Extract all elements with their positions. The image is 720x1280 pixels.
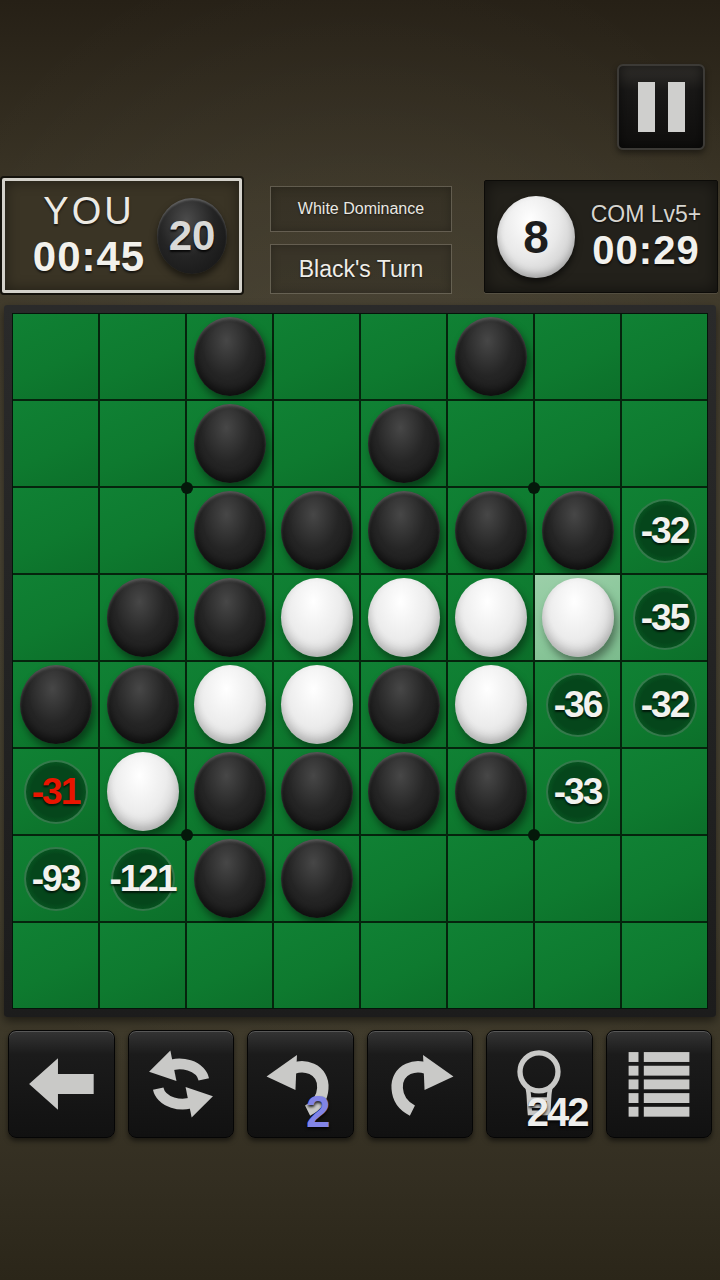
black-disc [107, 578, 179, 657]
board-cell-a4[interactable] [13, 575, 98, 660]
evaluation-badge-h5: -32 [633, 673, 697, 737]
hint-count-badge: 242 [527, 1090, 588, 1135]
board-cell-b8[interactable] [100, 923, 185, 1008]
black-disc [281, 752, 353, 831]
board-cell-b3[interactable] [100, 488, 185, 573]
black-score: 20 [169, 212, 216, 260]
board-cell-g8[interactable] [535, 923, 620, 1008]
board-cell-f7[interactable] [448, 836, 533, 921]
toolbar: 2 242 [0, 1030, 720, 1140]
board-star-dot [528, 482, 540, 494]
board-cell-c3[interactable] [187, 488, 272, 573]
you-timer: 00:45 [21, 233, 157, 281]
white-disc [542, 578, 614, 657]
board-cell-g3[interactable] [535, 488, 620, 573]
swap-sides-button[interactable] [128, 1030, 235, 1138]
board-cell-e8[interactable] [361, 923, 446, 1008]
game-screen: { "game": "othello-reversi", "header": {… [0, 0, 720, 1280]
black-disc [194, 491, 266, 570]
board-cell-c7[interactable] [187, 836, 272, 921]
black-disc [368, 665, 440, 744]
board-cell-c5[interactable] [187, 662, 272, 747]
board-cell-d2[interactable] [274, 401, 359, 486]
board-cell-d8[interactable] [274, 923, 359, 1008]
board-cell-h6[interactable] [622, 749, 707, 834]
board-grid: -32-35-36-32-31-33-93-121 [12, 313, 708, 1009]
board-cell-f5[interactable] [448, 662, 533, 747]
board-cell-h4[interactable]: -35 [622, 575, 707, 660]
board-cell-a2[interactable] [13, 401, 98, 486]
black-disc [455, 317, 527, 396]
black-disc [194, 752, 266, 831]
black-disc [281, 491, 353, 570]
black-disc [194, 317, 266, 396]
dominance-status-box: White Dominance [270, 186, 452, 232]
board-cell-a3[interactable] [13, 488, 98, 573]
board-cell-b6[interactable] [100, 749, 185, 834]
redo-button[interactable] [367, 1030, 474, 1138]
list-icon [621, 1046, 697, 1122]
com-label: COM Lv5+ [585, 201, 707, 228]
black-disc [368, 404, 440, 483]
white-score: 8 [523, 210, 549, 264]
board-cell-a5[interactable] [13, 662, 98, 747]
board-cell-e7[interactable] [361, 836, 446, 921]
undo-count-badge: 2 [306, 1087, 330, 1137]
left-arrow-icon [23, 1046, 99, 1122]
hint-button[interactable]: 242 [486, 1030, 593, 1138]
redo-arrow-icon [382, 1046, 458, 1122]
board-cell-g4[interactable] [535, 575, 620, 660]
board-cell-c4[interactable] [187, 575, 272, 660]
board-cell-d6[interactable] [274, 749, 359, 834]
board-cell-e2[interactable] [361, 401, 446, 486]
evaluation-badge-a6: -31 [24, 760, 88, 824]
board-cell-e4[interactable] [361, 575, 446, 660]
evaluation-badge-b7: -121 [111, 847, 175, 911]
board-cell-d5[interactable] [274, 662, 359, 747]
board-cell-f1[interactable] [448, 314, 533, 399]
board-cell-b1[interactable] [100, 314, 185, 399]
board-cell-d7[interactable] [274, 836, 359, 921]
white-score-disc: 8 [497, 196, 575, 278]
pause-button[interactable] [617, 64, 705, 150]
board-star-dot [528, 829, 540, 841]
white-disc [194, 665, 266, 744]
black-disc [368, 752, 440, 831]
board-cell-b7[interactable]: -121 [100, 836, 185, 921]
board-cell-h1[interactable] [622, 314, 707, 399]
board-cell-f4[interactable] [448, 575, 533, 660]
board-cell-f8[interactable] [448, 923, 533, 1008]
board-frame: -32-35-36-32-31-33-93-121 [4, 305, 716, 1017]
board-cell-h5[interactable]: -32 [622, 662, 707, 747]
black-disc [542, 491, 614, 570]
black-disc [194, 404, 266, 483]
board-cell-c2[interactable] [187, 401, 272, 486]
white-disc [281, 578, 353, 657]
evaluation-badge-g5: -36 [546, 673, 610, 737]
pause-icon [638, 82, 685, 132]
board-cell-a8[interactable] [13, 923, 98, 1008]
turn-text: Black's Turn [299, 256, 424, 283]
you-label: YOU [21, 190, 157, 233]
board-cell-e3[interactable] [361, 488, 446, 573]
dominance-text: White Dominance [298, 200, 424, 218]
board-cell-g1[interactable] [535, 314, 620, 399]
board-cell-e6[interactable] [361, 749, 446, 834]
black-disc [194, 839, 266, 918]
board-cell-h2[interactable] [622, 401, 707, 486]
board-cell-h7[interactable] [622, 836, 707, 921]
board-cell-e1[interactable] [361, 314, 446, 399]
move-list-button[interactable] [606, 1030, 713, 1138]
undo-button[interactable]: 2 [247, 1030, 354, 1138]
board-cell-d3[interactable] [274, 488, 359, 573]
board-cell-g2[interactable] [535, 401, 620, 486]
turn-status-box: Black's Turn [270, 244, 452, 294]
swap-arrows-icon [143, 1046, 219, 1122]
white-disc [368, 578, 440, 657]
board-star-dot [181, 829, 193, 841]
evaluation-badge-g6: -33 [546, 760, 610, 824]
board-cell-a6[interactable]: -31 [13, 749, 98, 834]
white-disc [455, 578, 527, 657]
board-cell-b4[interactable] [100, 575, 185, 660]
black-disc [281, 839, 353, 918]
board-cell-c1[interactable] [187, 314, 272, 399]
board-cell-f6[interactable] [448, 749, 533, 834]
white-disc [455, 665, 527, 744]
player-panel-com: 8 COM Lv5+ 00:29 [484, 180, 718, 293]
black-disc [194, 578, 266, 657]
board-star-dot [181, 482, 193, 494]
white-disc [281, 665, 353, 744]
board-cell-b5[interactable] [100, 662, 185, 747]
black-disc [455, 752, 527, 831]
black-disc [368, 491, 440, 570]
board-cell-c6[interactable] [187, 749, 272, 834]
evaluation-badge-h3: -32 [633, 499, 697, 563]
board-cell-d1[interactable] [274, 314, 359, 399]
evaluation-badge-a7: -93 [24, 847, 88, 911]
com-timer: 00:29 [585, 228, 707, 273]
board-cell-c8[interactable] [187, 923, 272, 1008]
board-cell-f2[interactable] [448, 401, 533, 486]
back-button[interactable] [8, 1030, 115, 1138]
board-cell-d4[interactable] [274, 575, 359, 660]
evaluation-badge-h4: -35 [633, 586, 697, 650]
black-disc [20, 665, 92, 744]
board-cell-e5[interactable] [361, 662, 446, 747]
black-disc [455, 491, 527, 570]
board-cell-g5[interactable]: -36 [535, 662, 620, 747]
board-cell-h8[interactable] [622, 923, 707, 1008]
board-cell-g6[interactable]: -33 [535, 749, 620, 834]
white-disc [107, 752, 179, 831]
board-cell-h3[interactable]: -32 [622, 488, 707, 573]
board-cell-f3[interactable] [448, 488, 533, 573]
board-cell-g7[interactable] [535, 836, 620, 921]
board-cell-a1[interactable] [13, 314, 98, 399]
black-score-disc: 20 [157, 198, 227, 274]
player-panel-you: YOU 00:45 20 [2, 178, 242, 293]
board-cell-b2[interactable] [100, 401, 185, 486]
black-disc [107, 665, 179, 744]
board-cell-a7[interactable]: -93 [13, 836, 98, 921]
